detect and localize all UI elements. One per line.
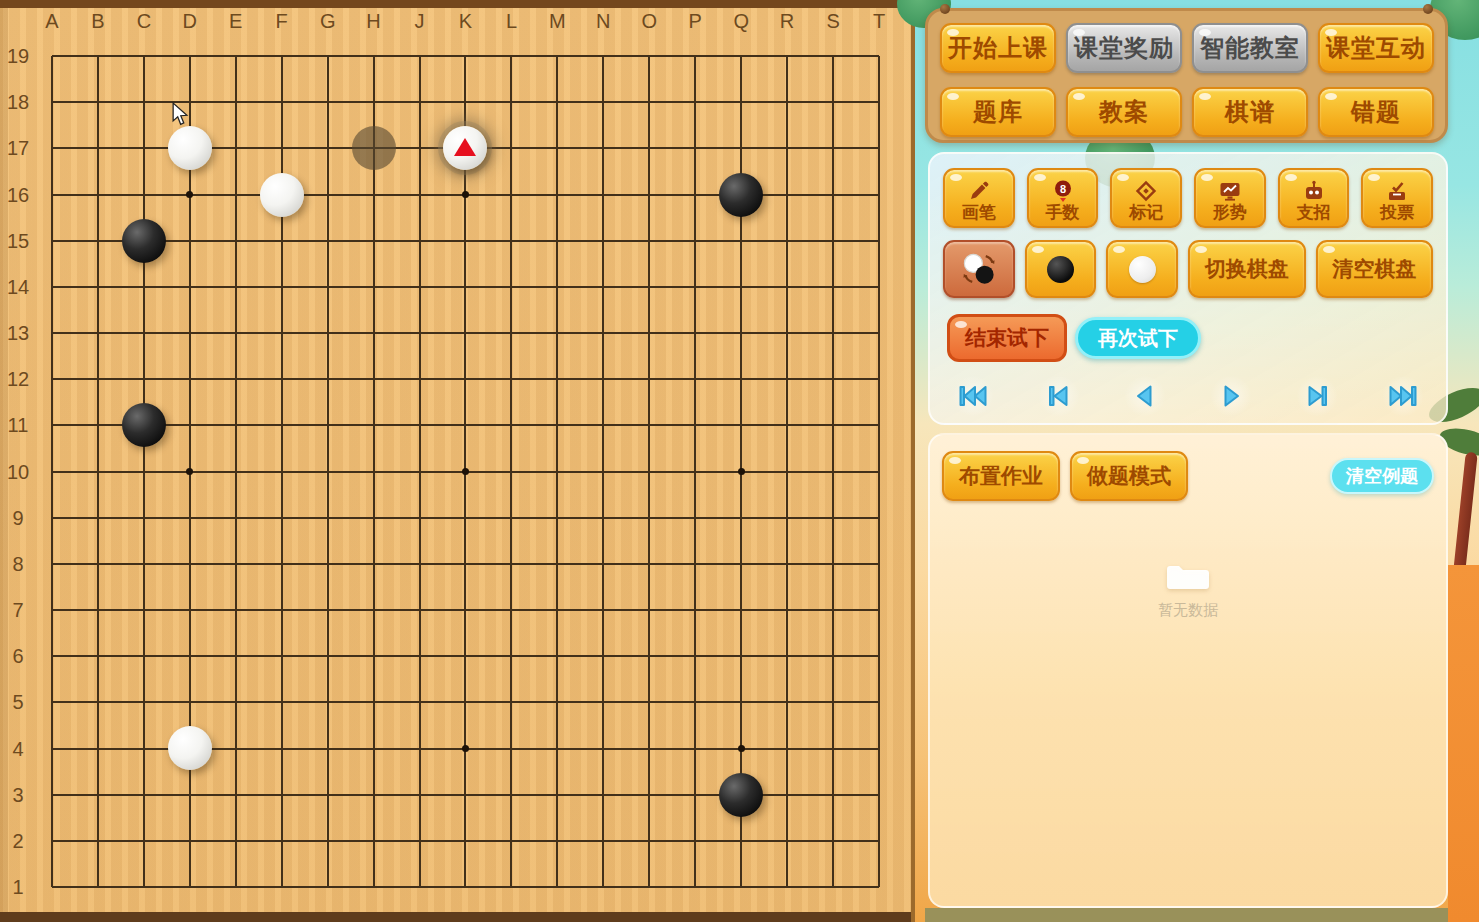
step-back-button[interactable] — [1123, 376, 1167, 416]
empty-state-text: 暂无数据 — [1158, 601, 1218, 620]
step-forward-icon — [1214, 379, 1248, 413]
coord-label-col: F — [267, 10, 297, 33]
coord-label-col: M — [542, 10, 572, 33]
star-point — [442, 448, 488, 494]
stone-white[interactable] — [443, 126, 487, 170]
empty-state: 暂无数据 — [942, 553, 1434, 620]
coord-label-col: D — [175, 10, 205, 33]
star-point-dot — [462, 745, 469, 752]
white-stone-icon — [1129, 256, 1156, 283]
tool-label: 手数 — [1046, 204, 1080, 221]
tool-label: 标记 — [1129, 204, 1163, 221]
black-stone-button[interactable] — [1025, 240, 1097, 298]
star-point — [718, 725, 764, 771]
svg-text:8: 8 — [1059, 182, 1065, 194]
situation-icon — [1218, 179, 1242, 203]
move-number-tool-button[interactable]: 8 手数 — [1027, 168, 1099, 228]
marker-icon — [1134, 179, 1158, 203]
coord-label-col: Q — [726, 10, 756, 33]
start-class-button[interactable]: 开始上课 — [940, 23, 1056, 73]
end-trial-button[interactable]: 结束试下 — [947, 314, 1067, 362]
vote-icon — [1385, 179, 1409, 203]
palm-trunk-icon — [1452, 452, 1478, 583]
alternate-stone-toggle-button[interactable] — [943, 240, 1015, 298]
nail-icon — [940, 4, 950, 14]
white-stone-button[interactable] — [1106, 240, 1178, 298]
star-point — [167, 448, 213, 494]
playback-controls — [943, 376, 1433, 416]
top-menu-panel: 开始上课 课堂奖励 智能教室 课堂互动 题库 教案 棋谱 错题 — [925, 8, 1448, 143]
board-top-edge — [0, 0, 911, 8]
stone-black[interactable] — [719, 773, 763, 817]
coord-label-col: C — [129, 10, 159, 33]
coord-label-col: N — [588, 10, 618, 33]
coord-label-col: P — [680, 10, 710, 33]
stone-black[interactable] — [719, 173, 763, 217]
step-to-start-icon — [1042, 379, 1076, 413]
situation-tool-button[interactable]: 形势 — [1194, 168, 1266, 228]
board-bottom-edge — [0, 912, 911, 922]
star-point-dot — [738, 468, 745, 475]
lesson-plan-button[interactable]: 教案 — [1066, 87, 1182, 137]
marker-tool-button[interactable]: 标记 — [1110, 168, 1182, 228]
coord-label-col: O — [634, 10, 664, 33]
ghost-stone-cell[interactable] — [351, 125, 397, 171]
last-move-triangle-marker — [454, 138, 476, 156]
step-forward-button[interactable] — [1209, 376, 1253, 416]
star-point-dot — [462, 468, 469, 475]
white-stone-cell[interactable] — [167, 725, 213, 771]
stone-white[interactable] — [168, 126, 212, 170]
hint-icon — [1302, 179, 1326, 203]
stone-black[interactable] — [122, 219, 166, 263]
step-back-icon — [1128, 379, 1162, 413]
clear-examples-button[interactable]: 清空例题 — [1330, 458, 1434, 494]
nail-icon — [1423, 4, 1433, 14]
tool-label: 形势 — [1213, 204, 1247, 221]
star-point-dot — [462, 191, 469, 198]
white-stone-cell[interactable] — [442, 125, 488, 171]
skip-to-end-button[interactable] — [1381, 376, 1425, 416]
wrong-question-button[interactable]: 错题 — [1318, 87, 1434, 137]
white-stone-cell[interactable] — [167, 125, 213, 171]
coord-label-col: L — [496, 10, 526, 33]
go-teaching-app: ABCDEFGHJKLMNOPQRST191817161514131211109… — [0, 0, 1479, 922]
mouse-cursor-icon — [171, 102, 189, 126]
black-stone-cell[interactable] — [718, 171, 764, 217]
panel-bottom-shadow — [925, 908, 1448, 922]
stone-white[interactable] — [260, 173, 304, 217]
tool-label: 支招 — [1297, 204, 1331, 221]
coord-label-col: B — [83, 10, 113, 33]
assign-homework-button[interactable]: 布置作业 — [942, 451, 1060, 501]
coord-label-col: R — [772, 10, 802, 33]
black-stone-cell[interactable] — [718, 772, 764, 818]
star-point — [442, 725, 488, 771]
step-to-end-icon — [1300, 379, 1334, 413]
star-point-dot — [186, 468, 193, 475]
black-stone-cell[interactable] — [121, 402, 167, 448]
retry-trial-button[interactable]: 再次试下 — [1075, 317, 1201, 359]
practice-mode-button[interactable]: 做题模式 — [1070, 451, 1188, 501]
coord-label-col: G — [313, 10, 343, 33]
coord-label-col: K — [450, 10, 480, 33]
coord-label-col: A — [37, 10, 67, 33]
skip-to-start-button[interactable] — [951, 376, 995, 416]
coord-label-col: T — [864, 10, 894, 33]
star-point-dot — [186, 191, 193, 198]
class-interaction-button[interactable]: 课堂互动 — [1318, 23, 1434, 73]
vote-tool-button[interactable]: 投票 — [1361, 168, 1433, 228]
black-stone-cell[interactable] — [121, 218, 167, 264]
star-point-dot — [738, 745, 745, 752]
class-reward-button[interactable]: 课堂奖励 — [1066, 23, 1182, 73]
coord-label-col: H — [359, 10, 389, 33]
step-to-end-button[interactable] — [1295, 376, 1339, 416]
brush-tool-button[interactable]: 画笔 — [943, 168, 1015, 228]
empty-box-icon — [1164, 553, 1212, 593]
skip-to-start-icon — [956, 379, 990, 413]
question-bank-button[interactable]: 题库 — [940, 87, 1056, 137]
skip-to-end-icon — [1386, 379, 1420, 413]
pencil-icon — [967, 179, 991, 203]
tool-label: 投票 — [1380, 204, 1414, 221]
move-number-icon: 8 — [1051, 179, 1075, 203]
coord-label-col: E — [221, 10, 251, 33]
clear-board-button[interactable]: 清空棋盘 — [1316, 240, 1433, 298]
smart-classroom-button[interactable]: 智能教室 — [1192, 23, 1308, 73]
white-stone-cell[interactable] — [259, 171, 305, 217]
stone-white[interactable] — [168, 726, 212, 770]
coord-label-col: S — [818, 10, 848, 33]
step-to-start-button[interactable] — [1037, 376, 1081, 416]
board-intersections[interactable] — [29, 33, 902, 910]
black-stone-icon — [1047, 256, 1074, 283]
control-side-panel: 开始上课 课堂奖励 智能教室 课堂互动 题库 教案 棋谱 错题 画笔 8 — [915, 0, 1479, 922]
ghost-preview-stone[interactable] — [352, 126, 396, 170]
switch-board-button[interactable]: 切换棋盘 — [1188, 240, 1305, 298]
star-point — [167, 171, 213, 217]
board-tools-panel: 画笔 8 手数 标记 形势 支招 — [928, 152, 1448, 425]
star-point — [442, 171, 488, 217]
game-record-button[interactable]: 棋谱 — [1192, 87, 1308, 137]
star-point — [718, 448, 764, 494]
sand-ground — [1448, 565, 1479, 922]
stone-black[interactable] — [122, 403, 166, 447]
tool-label: 画笔 — [962, 204, 996, 221]
coord-label-col: J — [405, 10, 435, 33]
homework-panel: 布置作业 做题模式 清空例题 暂无数据 激活 W 转到“设 — [928, 433, 1448, 908]
go-board-area: ABCDEFGHJKLMNOPQRST191817161514131211109… — [0, 0, 915, 922]
alternate-black-white-icon — [961, 251, 997, 287]
hint-tool-button[interactable]: 支招 — [1278, 168, 1350, 228]
